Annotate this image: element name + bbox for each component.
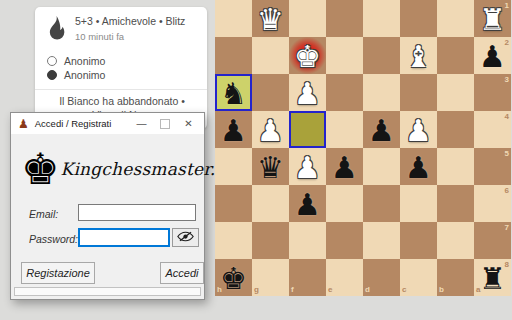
game-meta: 5+3 • Amichevole • Blitz (75, 15, 185, 29)
black-pawn[interactable]: ♟ (326, 148, 363, 185)
square-h2[interactable] (215, 37, 252, 74)
square-c4[interactable]: ♟ (400, 111, 437, 148)
square-g3[interactable] (252, 74, 289, 111)
square-b1[interactable] (437, 0, 474, 37)
square-b8[interactable]: b (437, 259, 474, 296)
square-b2[interactable] (437, 37, 474, 74)
coord-file-b: b (439, 286, 444, 294)
chess-board: ♛1♜♚♝2♟♞♟3♟♟♟♟4♛♟♟♟5♟67h♚gfedcba8♜ (215, 0, 511, 296)
square-a3[interactable]: 3 (474, 74, 511, 111)
black-pawn[interactable]: ♟ (363, 111, 400, 148)
square-a5[interactable]: 5 (474, 148, 511, 185)
game-time-ago: 10 minuti fa (75, 31, 185, 42)
black-queen[interactable]: ♛ (252, 148, 289, 185)
square-c1[interactable] (400, 0, 437, 37)
square-c6[interactable] (400, 185, 437, 222)
king-logo-icon: ♚ (21, 146, 60, 192)
coord-rank-5: 5 (505, 150, 509, 158)
square-f8[interactable]: f (289, 259, 326, 296)
square-e5[interactable]: ♟ (326, 148, 363, 185)
square-b5[interactable] (437, 148, 474, 185)
white-king[interactable]: ♚ (289, 37, 326, 74)
square-g5[interactable]: ♛ (252, 148, 289, 185)
black-pawn[interactable]: ♟ (215, 111, 252, 148)
square-d7[interactable] (363, 222, 400, 259)
square-e7[interactable] (326, 222, 363, 259)
square-c7[interactable] (400, 222, 437, 259)
card-divider (35, 89, 207, 90)
white-pawn[interactable]: ♟ (400, 111, 437, 148)
black-pawn[interactable]: ♟ (400, 148, 437, 185)
maximize-button[interactable] (160, 119, 170, 129)
white-pawn[interactable]: ♟ (289, 74, 326, 111)
square-e8[interactable]: e (326, 259, 363, 296)
show-password-button[interactable] (172, 228, 199, 247)
flame-icon (45, 16, 66, 48)
dialog-pawn-icon: ♟ (18, 118, 29, 130)
square-d4[interactable]: ♟ (363, 111, 400, 148)
black-player-icon (47, 70, 57, 80)
square-c8[interactable]: c (400, 259, 437, 296)
square-g8[interactable]: g (252, 259, 289, 296)
square-h5[interactable] (215, 148, 252, 185)
player-black-row: Anonimo (47, 68, 199, 82)
coord-rank-7: 7 (505, 224, 509, 232)
square-a8[interactable]: a8♜ (474, 259, 511, 296)
square-f5[interactable]: ♟ (289, 148, 326, 185)
square-b4[interactable] (437, 111, 474, 148)
white-queen[interactable]: ♛ (252, 0, 289, 37)
square-a2[interactable]: 2♟ (474, 37, 511, 74)
email-field[interactable] (78, 204, 196, 221)
register-button[interactable]: Registazione (21, 262, 95, 284)
coord-file-e: e (328, 286, 332, 294)
square-b3[interactable] (437, 74, 474, 111)
coord-file-g: g (254, 286, 259, 294)
square-g1[interactable]: ♛ (252, 0, 289, 37)
square-h1[interactable] (215, 0, 252, 37)
square-h3[interactable]: ♞ (215, 74, 252, 111)
player-black-name: Anonimo (64, 69, 105, 81)
dialog-titlebar[interactable]: ♟ Accedi / Registrati — ✕ (11, 113, 204, 134)
square-c5[interactable]: ♟ (400, 148, 437, 185)
white-pawn[interactable]: ♟ (252, 111, 289, 148)
login-button[interactable]: Accedi (160, 262, 204, 284)
square-e6[interactable] (326, 185, 363, 222)
black-pawn[interactable]: ♟ (474, 37, 511, 74)
square-d6[interactable] (363, 185, 400, 222)
close-button[interactable]: ✕ (180, 113, 197, 134)
square-d1[interactable] (363, 0, 400, 37)
coord-file-c: c (402, 286, 406, 294)
password-field[interactable] (78, 228, 170, 247)
square-a4[interactable]: 4 (474, 111, 511, 148)
square-d2[interactable] (363, 37, 400, 74)
square-a6[interactable]: 6 (474, 185, 511, 222)
square-h7[interactable] (215, 222, 252, 259)
square-a1[interactable]: 1♜ (474, 0, 511, 37)
player-white-name: Anonimo (64, 55, 105, 67)
coord-file-f: f (291, 286, 294, 294)
square-c2[interactable]: ♝ (400, 37, 437, 74)
square-f6[interactable]: ♟ (289, 185, 326, 222)
square-c3[interactable] (400, 74, 437, 111)
black-knight[interactable]: ♞ (215, 74, 252, 111)
dialog-statusbar (14, 287, 201, 296)
square-g7[interactable] (252, 222, 289, 259)
square-b6[interactable] (437, 185, 474, 222)
square-h8[interactable]: h♚ (215, 259, 252, 296)
square-e1[interactable] (326, 0, 363, 37)
square-f4[interactable] (289, 111, 326, 148)
square-d8[interactable]: d (363, 259, 400, 296)
square-f3[interactable]: ♟ (289, 74, 326, 111)
coord-rank-6: 6 (505, 187, 509, 195)
square-h6[interactable] (215, 185, 252, 222)
square-a7[interactable]: 7 (474, 222, 511, 259)
coord-rank-3: 3 (505, 76, 509, 84)
square-e2[interactable] (326, 37, 363, 74)
black-pawn[interactable]: ♟ (289, 185, 326, 222)
square-h4[interactable]: ♟ (215, 111, 252, 148)
white-player-icon (47, 56, 57, 66)
square-f7[interactable] (289, 222, 326, 259)
black-king[interactable]: ♚ (215, 259, 252, 296)
game-info-card: 5+3 • Amichevole • Blitz 10 minuti fa An… (35, 7, 207, 129)
white-rook[interactable]: ♜ (474, 0, 511, 37)
square-g4[interactable]: ♟ (252, 111, 289, 148)
login-dialog: ♟ Accedi / Registrati — ✕ ♚ Kingchessmas… (10, 112, 205, 300)
minimize-button[interactable]: — (133, 113, 150, 134)
square-e4[interactable] (326, 111, 363, 148)
site-logo: ♚ Kingchessmaster.com (21, 146, 200, 192)
square-e3[interactable] (326, 74, 363, 111)
white-pawn[interactable]: ♟ (289, 148, 326, 185)
player-white-row: Anonimo (47, 54, 199, 68)
square-b7[interactable] (437, 222, 474, 259)
white-bishop[interactable]: ♝ (400, 37, 437, 74)
dialog-title: Accedi / Registrati (35, 118, 112, 129)
square-g6[interactable] (252, 185, 289, 222)
square-g2[interactable] (252, 37, 289, 74)
black-rook[interactable]: ♜ (474, 259, 511, 296)
password-label: Password: (29, 233, 78, 245)
square-d3[interactable] (363, 74, 400, 111)
square-f1[interactable] (289, 0, 326, 37)
square-f2[interactable]: ♚ (289, 37, 326, 74)
square-d5[interactable] (363, 148, 400, 185)
eye-slash-icon (177, 230, 194, 245)
coord-file-d: d (365, 286, 370, 294)
email-label: Email: (29, 208, 58, 220)
coord-rank-4: 4 (505, 113, 509, 121)
